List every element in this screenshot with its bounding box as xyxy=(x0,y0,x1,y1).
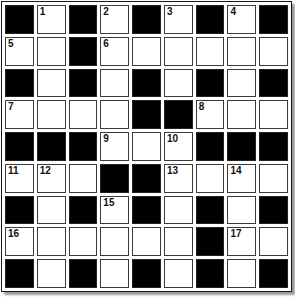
black-cell-r9c5 xyxy=(132,259,161,288)
white-cell-r2c2[interactable] xyxy=(37,37,66,66)
white-cell-r6c7[interactable] xyxy=(196,164,225,193)
clue-number: 13 xyxy=(167,165,178,176)
clue-number: 6 xyxy=(103,38,109,49)
black-cell-r7c7 xyxy=(196,196,225,225)
black-cell-r9c3 xyxy=(69,259,98,288)
white-cell-r1c4[interactable]: 2 xyxy=(100,5,129,34)
black-cell-r3c3 xyxy=(69,69,98,98)
clue-number: 11 xyxy=(8,165,19,176)
clue-number: 4 xyxy=(230,6,236,17)
black-cell-r7c1 xyxy=(5,196,34,225)
white-cell-r7c8[interactable] xyxy=(227,196,256,225)
white-cell-r8c4[interactable] xyxy=(100,227,129,256)
white-cell-r9c2[interactable] xyxy=(37,259,66,288)
white-cell-r2c7[interactable] xyxy=(196,37,225,66)
white-cell-r7c6[interactable] xyxy=(164,196,193,225)
black-cell-r6c4 xyxy=(100,164,129,193)
white-cell-r6c6[interactable]: 13 xyxy=(164,164,193,193)
white-cell-r6c2[interactable]: 12 xyxy=(37,164,66,193)
black-cell-r5c3 xyxy=(69,132,98,161)
black-cell-r5c1 xyxy=(5,132,34,161)
black-cell-r5c7 xyxy=(196,132,225,161)
white-cell-r9c6[interactable] xyxy=(164,259,193,288)
white-cell-r9c4[interactable] xyxy=(100,259,129,288)
black-cell-r7c9 xyxy=(259,196,288,225)
black-cell-r1c7 xyxy=(196,5,225,34)
black-cell-r9c1 xyxy=(5,259,34,288)
crossword-board: 1234567891011121314151617 xyxy=(1,1,292,292)
clue-number: 14 xyxy=(230,165,241,176)
white-cell-r4c3[interactable] xyxy=(69,100,98,129)
white-cell-r2c4[interactable]: 6 xyxy=(100,37,129,66)
black-cell-r1c3 xyxy=(69,5,98,34)
black-cell-r3c7 xyxy=(196,69,225,98)
white-cell-r7c4[interactable]: 15 xyxy=(100,196,129,225)
white-cell-r4c1[interactable]: 7 xyxy=(5,100,34,129)
black-cell-r8c7 xyxy=(196,227,225,256)
clue-number: 15 xyxy=(103,197,114,208)
black-cell-r6c5 xyxy=(132,164,161,193)
black-cell-r4c5 xyxy=(132,100,161,129)
white-cell-r3c2[interactable] xyxy=(37,69,66,98)
black-cell-r5c8 xyxy=(227,132,256,161)
black-cell-r3c9 xyxy=(259,69,288,98)
black-cell-r7c3 xyxy=(69,196,98,225)
white-cell-r8c8[interactable]: 17 xyxy=(227,227,256,256)
black-cell-r1c1 xyxy=(5,5,34,34)
clue-number: 9 xyxy=(103,133,109,144)
white-cell-r5c4[interactable]: 9 xyxy=(100,132,129,161)
black-cell-r3c1 xyxy=(5,69,34,98)
page: 1234567891011121314151617 xyxy=(0,0,295,298)
white-cell-r2c6[interactable] xyxy=(164,37,193,66)
white-cell-r6c3[interactable] xyxy=(69,164,98,193)
clue-number: 12 xyxy=(40,165,51,176)
black-cell-r9c9 xyxy=(259,259,288,288)
white-cell-r2c1[interactable]: 5 xyxy=(5,37,34,66)
white-cell-r8c2[interactable] xyxy=(37,227,66,256)
white-cell-r5c5[interactable] xyxy=(132,132,161,161)
black-cell-r4c6 xyxy=(164,100,193,129)
white-cell-r1c8[interactable]: 4 xyxy=(227,5,256,34)
white-cell-r2c5[interactable] xyxy=(132,37,161,66)
clue-number: 10 xyxy=(167,133,178,144)
clue-number: 8 xyxy=(199,101,205,112)
white-cell-r3c6[interactable] xyxy=(164,69,193,98)
white-cell-r4c8[interactable] xyxy=(227,100,256,129)
black-cell-r1c9 xyxy=(259,5,288,34)
white-cell-r2c8[interactable] xyxy=(227,37,256,66)
white-cell-r3c4[interactable] xyxy=(100,69,129,98)
white-cell-r1c6[interactable]: 3 xyxy=(164,5,193,34)
white-cell-r8c9[interactable] xyxy=(259,227,288,256)
white-cell-r4c2[interactable] xyxy=(37,100,66,129)
clue-number: 3 xyxy=(167,6,173,17)
white-cell-r5c6[interactable]: 10 xyxy=(164,132,193,161)
black-cell-r2c3 xyxy=(69,37,98,66)
white-cell-r3c8[interactable] xyxy=(227,69,256,98)
clue-number: 17 xyxy=(230,228,241,239)
white-cell-r6c1[interactable]: 11 xyxy=(5,164,34,193)
black-cell-r9c7 xyxy=(196,259,225,288)
white-cell-r8c1[interactable]: 16 xyxy=(5,227,34,256)
white-cell-r8c5[interactable] xyxy=(132,227,161,256)
white-cell-r7c2[interactable] xyxy=(37,196,66,225)
white-cell-r9c8[interactable] xyxy=(227,259,256,288)
black-cell-r5c2 xyxy=(37,132,66,161)
white-cell-r8c3[interactable] xyxy=(69,227,98,256)
black-cell-r5c9 xyxy=(259,132,288,161)
white-cell-r1c2[interactable]: 1 xyxy=(37,5,66,34)
clue-number: 1 xyxy=(40,6,46,17)
white-cell-r6c9[interactable] xyxy=(259,164,288,193)
white-cell-r2c9[interactable] xyxy=(259,37,288,66)
white-cell-r4c4[interactable] xyxy=(100,100,129,129)
black-cell-r1c5 xyxy=(132,5,161,34)
clue-number: 7 xyxy=(8,101,14,112)
black-cell-r7c5 xyxy=(132,196,161,225)
white-cell-r8c6[interactable] xyxy=(164,227,193,256)
white-cell-r4c9[interactable] xyxy=(259,100,288,129)
white-cell-r4c7[interactable]: 8 xyxy=(196,100,225,129)
white-cell-r6c8[interactable]: 14 xyxy=(227,164,256,193)
clue-number: 2 xyxy=(103,6,109,17)
clue-number: 16 xyxy=(8,228,19,239)
black-cell-r3c5 xyxy=(132,69,161,98)
clue-number: 5 xyxy=(8,38,14,49)
